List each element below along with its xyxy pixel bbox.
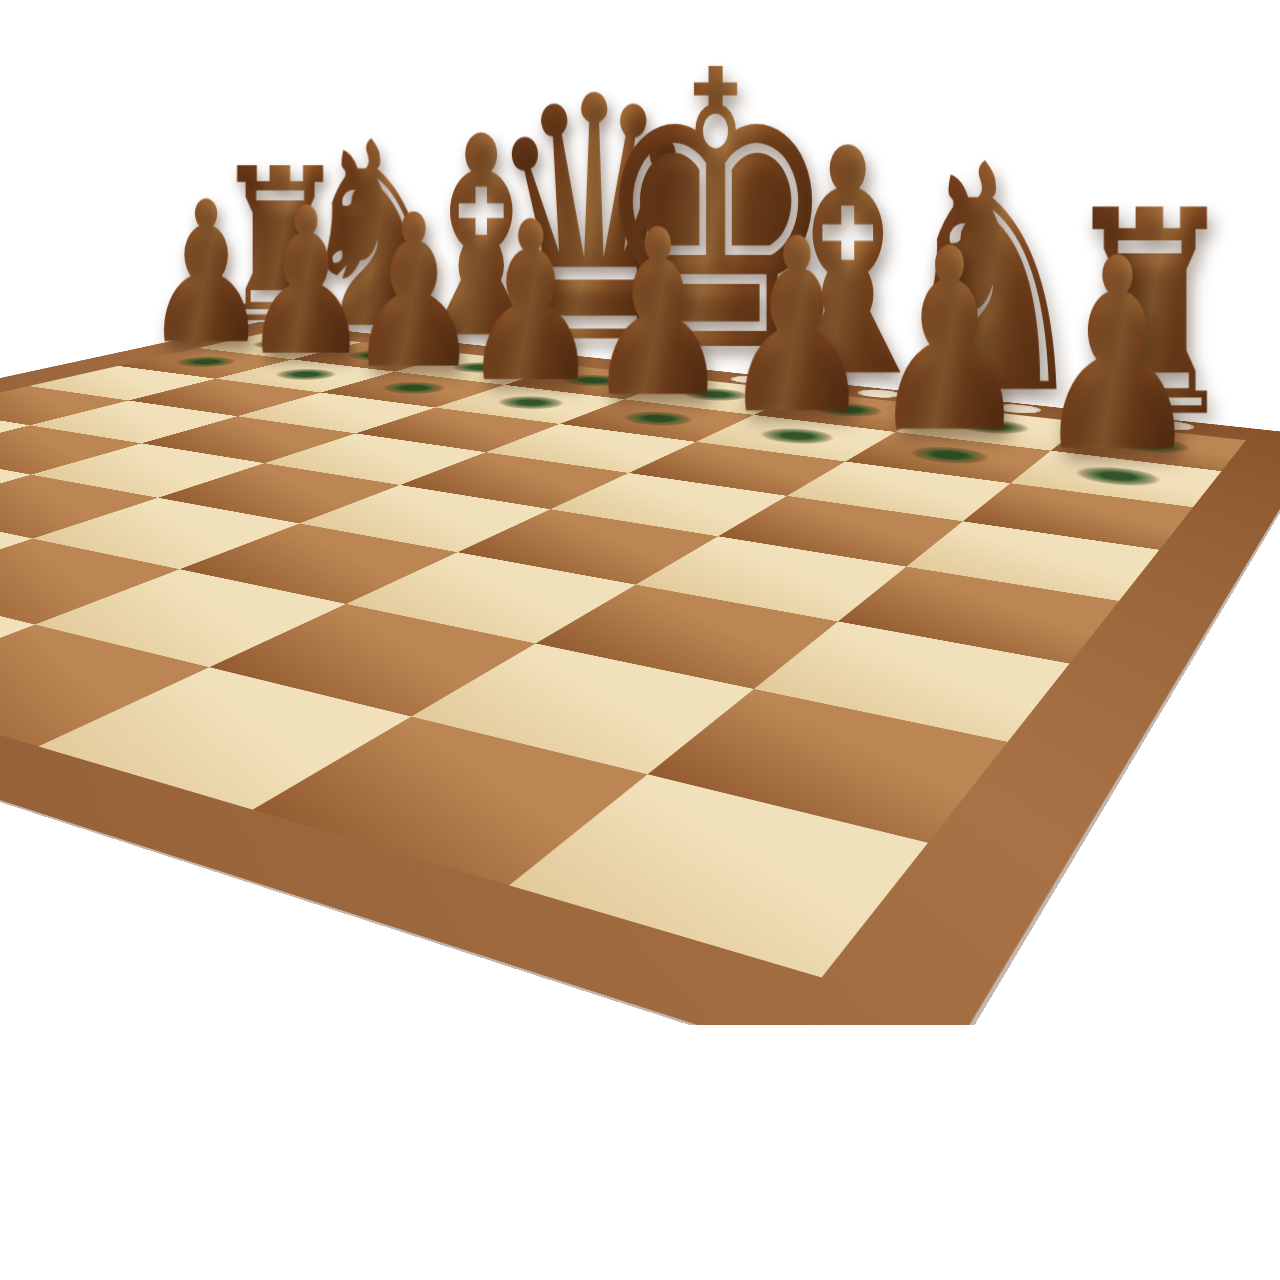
black-pawn-icon: ♟ bbox=[1032, 224, 1203, 489]
photo-bottom-margin bbox=[0, 1025, 1280, 1280]
product-photo: ♜♞♝♛♚♝♞♜♟♟♟♟♟♟♟♟ bbox=[0, 0, 1280, 1025]
black-pawn-icon: ♟ bbox=[719, 207, 874, 448]
black-pawn-icon: ♟ bbox=[584, 199, 733, 429]
board-scene: ♜♞♝♛♚♝♞♜♟♟♟♟♟♟♟♟ bbox=[0, 0, 1280, 1025]
black-pawn-icon: ♟ bbox=[868, 215, 1031, 467]
black-pawn-icon: ♟ bbox=[460, 193, 602, 413]
chess-board: ♜♞♝♛♚♝♞♜♟♟♟♟♟♟♟♟ bbox=[0, 322, 1280, 1025]
